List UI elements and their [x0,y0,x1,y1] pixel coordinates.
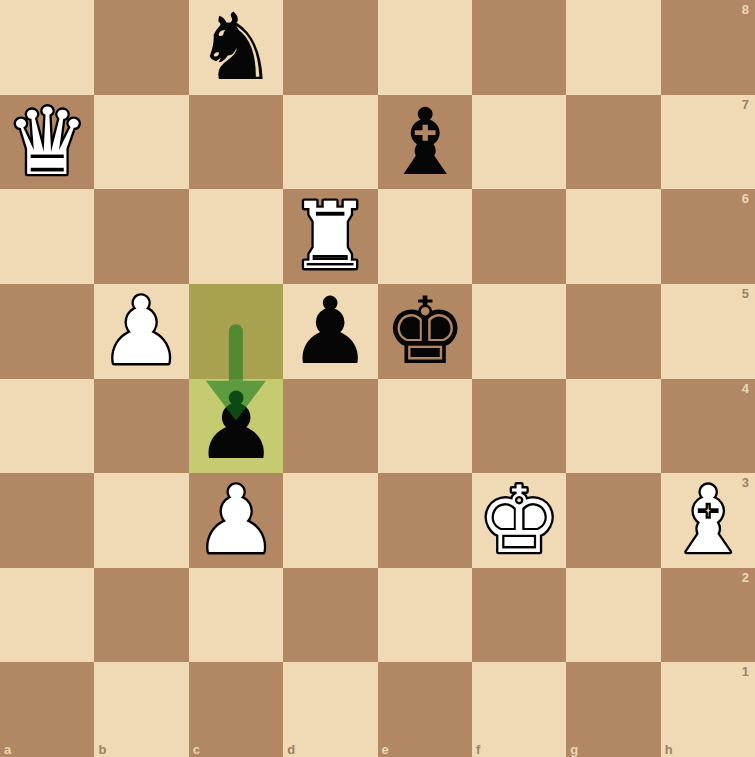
svg-text:♟: ♟ [100,284,183,379]
rank-label-7: 7 [742,98,749,111]
square-g2[interactable] [566,568,660,663]
file-label-b: b [98,743,106,757]
square-b7[interactable] [94,95,188,190]
square-e6[interactable] [378,189,472,284]
square-e7[interactable]: ♝ [378,95,472,190]
piece-white-rook[interactable]: ♜ [283,189,377,284]
rank-label-4: 4 [742,382,749,395]
square-b8[interactable] [94,0,188,95]
square-d3[interactable] [283,473,377,568]
square-c7[interactable] [189,95,283,190]
square-e1[interactable]: e [378,662,472,757]
rank-label-1: 1 [742,665,749,678]
square-f6[interactable] [472,189,566,284]
file-label-a: a [4,743,11,757]
square-e3[interactable] [378,473,472,568]
piece-white-pawn[interactable]: ♟ [189,473,283,568]
square-b2[interactable] [94,568,188,663]
square-g7[interactable] [566,95,660,190]
svg-text:♝: ♝ [666,473,749,568]
rank-label-3: 3 [742,476,749,489]
square-f7[interactable] [472,95,566,190]
square-e4[interactable] [378,379,472,474]
square-d1[interactable]: d [283,662,377,757]
square-g8[interactable] [566,0,660,95]
svg-text:♚: ♚ [478,473,561,568]
square-b6[interactable] [94,189,188,284]
square-g5[interactable] [566,284,660,379]
square-c1[interactable]: c [189,662,283,757]
square-c2[interactable] [189,568,283,663]
chess-board-app: ♞8♛♝7♜6♟♟♚5♟4♟♚♝32abcdefg1h [0,0,755,757]
svg-text:♟: ♟ [194,473,277,568]
square-d7[interactable] [283,95,377,190]
file-label-c: c [193,743,200,757]
square-g1[interactable]: g [566,662,660,757]
piece-black-pawn[interactable]: ♟ [283,284,377,379]
svg-text:♚: ♚ [383,284,466,379]
file-label-d: d [287,743,295,757]
square-b1[interactable]: b [94,662,188,757]
svg-text:♛: ♛ [6,95,89,190]
square-a1[interactable]: a [0,662,94,757]
square-a6[interactable] [0,189,94,284]
square-f5[interactable] [472,284,566,379]
square-a3[interactable] [0,473,94,568]
square-a2[interactable] [0,568,94,663]
file-label-h: h [665,743,673,757]
svg-text:♝: ♝ [383,95,466,190]
rank-label-6: 6 [742,192,749,205]
square-f2[interactable] [472,568,566,663]
svg-text:♞: ♞ [194,0,277,95]
square-d5[interactable]: ♟ [283,284,377,379]
square-h1[interactable]: 1h [661,662,755,757]
square-d2[interactable] [283,568,377,663]
piece-black-king[interactable]: ♚ [378,284,472,379]
square-c4[interactable]: ♟ [189,379,283,474]
square-g3[interactable] [566,473,660,568]
piece-black-pawn[interactable]: ♟ [189,379,283,474]
file-label-e: e [382,743,389,757]
chess-board: ♞8♛♝7♜6♟♟♚5♟4♟♚♝32abcdefg1h [0,0,755,757]
square-e2[interactable] [378,568,472,663]
square-a7[interactable]: ♛ [0,95,94,190]
piece-white-queen[interactable]: ♛ [0,95,94,190]
square-b3[interactable] [94,473,188,568]
square-c8[interactable]: ♞ [189,0,283,95]
file-label-f: f [476,743,480,757]
square-h6[interactable]: 6 [661,189,755,284]
square-g4[interactable] [566,379,660,474]
square-f1[interactable]: f [472,662,566,757]
piece-black-bishop[interactable]: ♝ [378,95,472,190]
piece-black-knight[interactable]: ♞ [189,0,283,95]
piece-white-king[interactable]: ♚ [472,473,566,568]
rank-label-2: 2 [742,571,749,584]
square-f4[interactable] [472,379,566,474]
square-h8[interactable]: 8 [661,0,755,95]
svg-text:♟: ♟ [289,284,372,379]
square-d8[interactable] [283,0,377,95]
square-h4[interactable]: 4 [661,379,755,474]
square-h7[interactable]: 7 [661,95,755,190]
file-label-g: g [570,743,578,757]
square-f3[interactable]: ♚ [472,473,566,568]
square-c5[interactable] [189,284,283,379]
svg-text:♟: ♟ [194,379,277,474]
square-a4[interactable] [0,379,94,474]
rank-label-5: 5 [742,287,749,300]
rank-label-8: 8 [742,3,749,16]
piece-white-pawn[interactable]: ♟ [94,284,188,379]
square-h3[interactable]: ♝3 [661,473,755,568]
square-d4[interactable] [283,379,377,474]
square-f8[interactable] [472,0,566,95]
square-c6[interactable] [189,189,283,284]
svg-text:♜: ♜ [289,189,372,284]
square-e8[interactable] [378,0,472,95]
square-a5[interactable] [0,284,94,379]
square-d6[interactable]: ♜ [283,189,377,284]
square-b5[interactable]: ♟ [94,284,188,379]
square-e5[interactable]: ♚ [378,284,472,379]
square-c3[interactable]: ♟ [189,473,283,568]
square-h5[interactable]: 5 [661,284,755,379]
square-b4[interactable] [94,379,188,474]
square-g6[interactable] [566,189,660,284]
square-h2[interactable]: 2 [661,568,755,663]
square-a8[interactable] [0,0,94,95]
